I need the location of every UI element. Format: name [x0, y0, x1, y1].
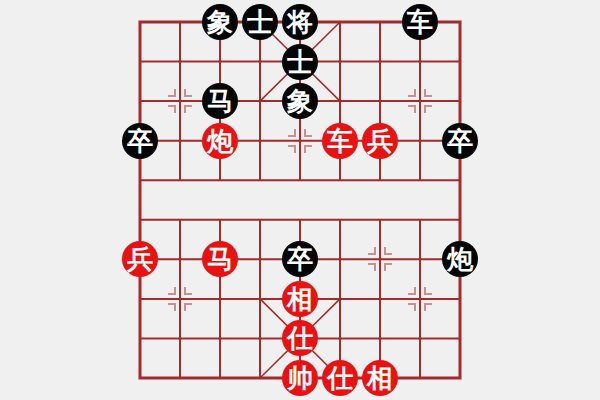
piece-black-elephant[interactable]: 象: [202, 4, 238, 40]
piece-black-elephant[interactable]: 象: [282, 83, 318, 119]
piece-red-advisor[interactable]: 仕: [322, 360, 358, 396]
xiangqi-board: 象士将车士马象卒炮车兵卒兵马卒炮相仕帅仕相: [0, 0, 600, 400]
piece-black-cannon[interactable]: 炮: [442, 241, 478, 277]
piece-red-general[interactable]: 帅: [282, 360, 318, 396]
piece-black-advisor[interactable]: 士: [242, 4, 278, 40]
piece-red-horse[interactable]: 马: [202, 241, 238, 277]
piece-black-advisor[interactable]: 士: [282, 44, 318, 80]
piece-red-chariot[interactable]: 车: [322, 123, 358, 159]
piece-red-soldier[interactable]: 兵: [122, 241, 158, 277]
piece-red-elephant[interactable]: 相: [282, 281, 318, 317]
piece-red-cannon[interactable]: 炮: [202, 123, 238, 159]
piece-black-soldier[interactable]: 卒: [282, 241, 318, 277]
piece-black-soldier[interactable]: 卒: [122, 123, 158, 159]
piece-red-soldier[interactable]: 兵: [362, 123, 398, 159]
piece-black-soldier[interactable]: 卒: [442, 123, 478, 159]
piece-black-chariot[interactable]: 车: [402, 4, 438, 40]
piece-black-general[interactable]: 将: [282, 4, 318, 40]
piece-red-advisor[interactable]: 仕: [282, 320, 318, 356]
piece-red-elephant[interactable]: 相: [362, 360, 398, 396]
piece-black-horse[interactable]: 马: [202, 83, 238, 119]
